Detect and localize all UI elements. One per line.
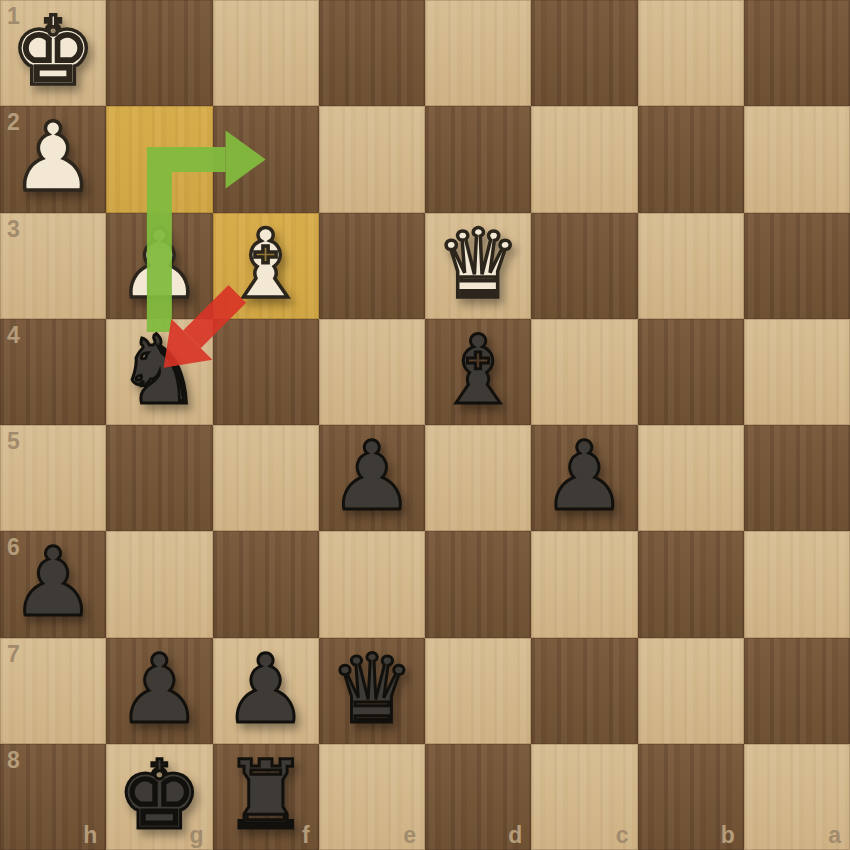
square-g2[interactable]	[106, 106, 212, 212]
black-knight-g4[interactable]: ♞	[117, 317, 202, 423]
square-h7[interactable]: 7	[0, 638, 106, 744]
file-label-d: d	[508, 822, 522, 849]
square-g1[interactable]	[106, 0, 212, 106]
square-c6[interactable]	[531, 531, 637, 637]
square-f4[interactable]	[213, 319, 319, 425]
square-f5[interactable]	[213, 425, 319, 531]
square-g6[interactable]	[106, 531, 212, 637]
square-b4[interactable]	[638, 319, 744, 425]
square-b6[interactable]	[638, 531, 744, 637]
black-pawn-e5[interactable]: ♟	[329, 423, 414, 529]
chess-board-wrapper: 1♚2♟3♟♝♛4♞♝5♟♟6♟7♟♟♛8hg♚f♜edcba	[0, 0, 850, 850]
square-g5[interactable]	[106, 425, 212, 531]
square-e5[interactable]: ♟	[319, 425, 425, 531]
rank-label-4: 4	[7, 322, 20, 349]
square-a3[interactable]	[744, 213, 850, 319]
black-pawn-c5[interactable]: ♟	[542, 423, 627, 529]
square-e2[interactable]	[319, 106, 425, 212]
square-f6[interactable]	[213, 531, 319, 637]
file-label-a: a	[828, 822, 841, 849]
square-g4[interactable]: ♞	[106, 319, 212, 425]
square-d8[interactable]: d	[425, 744, 531, 850]
square-f7[interactable]: ♟	[213, 638, 319, 744]
square-e6[interactable]	[319, 531, 425, 637]
square-c1[interactable]	[531, 0, 637, 106]
square-h3[interactable]: 3	[0, 213, 106, 319]
square-a5[interactable]	[744, 425, 850, 531]
square-d2[interactable]	[425, 106, 531, 212]
square-b8[interactable]: b	[638, 744, 744, 850]
square-a2[interactable]	[744, 106, 850, 212]
square-g8[interactable]: g♚	[106, 744, 212, 850]
square-h5[interactable]: 5	[0, 425, 106, 531]
white-king-h1[interactable]: ♚	[11, 0, 96, 104]
square-h4[interactable]: 4	[0, 319, 106, 425]
white-pawn-h2[interactable]: ♟	[11, 104, 96, 210]
square-d1[interactable]	[425, 0, 531, 106]
square-g7[interactable]: ♟	[106, 638, 212, 744]
file-label-e: e	[403, 822, 416, 849]
square-f1[interactable]	[213, 0, 319, 106]
square-h1[interactable]: 1♚	[0, 0, 106, 106]
white-bishop-f3[interactable]: ♝	[223, 211, 308, 317]
white-queen-d3[interactable]: ♛	[436, 211, 521, 317]
rank-label-3: 3	[7, 216, 20, 243]
black-bishop-d4[interactable]: ♝	[436, 317, 521, 423]
square-e1[interactable]	[319, 0, 425, 106]
white-pawn-g3[interactable]: ♟	[117, 211, 202, 317]
rank-label-8: 8	[7, 747, 20, 774]
file-label-h: h	[83, 822, 97, 849]
square-d6[interactable]	[425, 531, 531, 637]
square-a6[interactable]	[744, 531, 850, 637]
square-b7[interactable]	[638, 638, 744, 744]
black-queen-e7[interactable]: ♛	[329, 636, 414, 742]
square-e7[interactable]: ♛	[319, 638, 425, 744]
square-e4[interactable]	[319, 319, 425, 425]
square-e8[interactable]: e	[319, 744, 425, 850]
square-d5[interactable]	[425, 425, 531, 531]
square-d4[interactable]: ♝	[425, 319, 531, 425]
square-a8[interactable]: a	[744, 744, 850, 850]
file-label-c: c	[616, 822, 629, 849]
square-d3[interactable]: ♛	[425, 213, 531, 319]
black-king-g8[interactable]: ♚	[117, 742, 202, 848]
rank-label-7: 7	[7, 641, 20, 668]
square-d7[interactable]	[425, 638, 531, 744]
square-h2[interactable]: 2♟	[0, 106, 106, 212]
square-c8[interactable]: c	[531, 744, 637, 850]
rank-label-5: 5	[7, 428, 20, 455]
square-a7[interactable]	[744, 638, 850, 744]
square-h6[interactable]: 6♟	[0, 531, 106, 637]
square-c2[interactable]	[531, 106, 637, 212]
file-label-b: b	[721, 822, 735, 849]
square-b1[interactable]	[638, 0, 744, 106]
square-c3[interactable]	[531, 213, 637, 319]
black-pawn-h6[interactable]: ♟	[11, 529, 96, 635]
square-f3[interactable]: ♝	[213, 213, 319, 319]
square-c4[interactable]	[531, 319, 637, 425]
square-c7[interactable]	[531, 638, 637, 744]
square-g3[interactable]: ♟	[106, 213, 212, 319]
square-e3[interactable]	[319, 213, 425, 319]
chess-board: 1♚2♟3♟♝♛4♞♝5♟♟6♟7♟♟♛8hg♚f♜edcba	[0, 0, 850, 850]
square-a4[interactable]	[744, 319, 850, 425]
square-f8[interactable]: f♜	[213, 744, 319, 850]
black-rook-f8[interactable]: ♜	[223, 742, 308, 848]
square-b3[interactable]	[638, 213, 744, 319]
square-f2[interactable]	[213, 106, 319, 212]
square-a1[interactable]	[744, 0, 850, 106]
black-pawn-f7[interactable]: ♟	[223, 636, 308, 742]
square-c5[interactable]: ♟	[531, 425, 637, 531]
black-pawn-g7[interactable]: ♟	[117, 636, 202, 742]
square-b2[interactable]	[638, 106, 744, 212]
square-b5[interactable]	[638, 425, 744, 531]
square-h8[interactable]: 8h	[0, 744, 106, 850]
